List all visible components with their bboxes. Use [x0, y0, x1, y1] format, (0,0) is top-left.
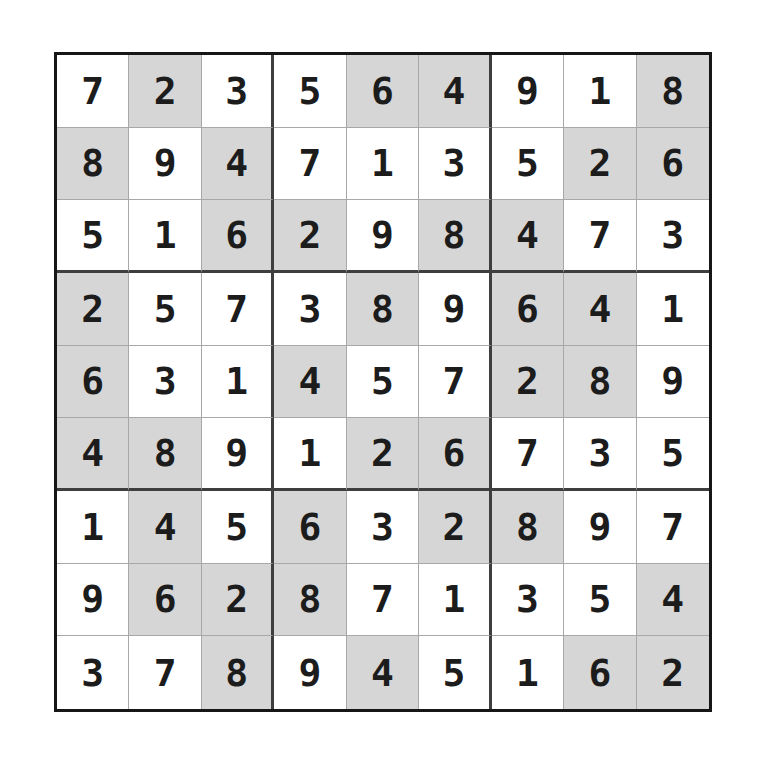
- cell-r9c8[interactable]: 6: [564, 636, 636, 709]
- cell-r8c8[interactable]: 5: [564, 564, 636, 637]
- cell-r2c4[interactable]: 7: [274, 128, 346, 201]
- cell-r4c6[interactable]: 9: [419, 273, 491, 346]
- cell-r6c3[interactable]: 9: [202, 418, 274, 491]
- cell-r6c8[interactable]: 3: [564, 418, 636, 491]
- cell-r5c8[interactable]: 8: [564, 346, 636, 419]
- cell-r4c2[interactable]: 5: [129, 273, 201, 346]
- cell-r5c4[interactable]: 4: [274, 346, 346, 419]
- cell-r3c7[interactable]: 4: [492, 200, 564, 273]
- cell-r5c1[interactable]: 6: [57, 346, 129, 419]
- cell-r4c5[interactable]: 8: [347, 273, 419, 346]
- cell-r2c3[interactable]: 4: [202, 128, 274, 201]
- cell-r3c4[interactable]: 2: [274, 200, 346, 273]
- cell-r6c1[interactable]: 4: [57, 418, 129, 491]
- cell-r8c9[interactable]: 4: [637, 564, 709, 637]
- cell-r1c3[interactable]: 3: [202, 55, 274, 128]
- cell-r1c9[interactable]: 8: [637, 55, 709, 128]
- cell-r9c3[interactable]: 8: [202, 636, 274, 709]
- cell-r1c4[interactable]: 5: [274, 55, 346, 128]
- cell-r7c6[interactable]: 2: [419, 491, 491, 564]
- cell-r7c2[interactable]: 4: [129, 491, 201, 564]
- cell-r6c5[interactable]: 2: [347, 418, 419, 491]
- cell-r9c2[interactable]: 7: [129, 636, 201, 709]
- cell-r7c3[interactable]: 5: [202, 491, 274, 564]
- cell-r2c6[interactable]: 3: [419, 128, 491, 201]
- cell-r9c5[interactable]: 4: [347, 636, 419, 709]
- cell-r8c2[interactable]: 6: [129, 564, 201, 637]
- cell-r2c7[interactable]: 5: [492, 128, 564, 201]
- cell-r7c1[interactable]: 1: [57, 491, 129, 564]
- cell-r9c1[interactable]: 3: [57, 636, 129, 709]
- cell-r1c6[interactable]: 4: [419, 55, 491, 128]
- cell-r1c7[interactable]: 9: [492, 55, 564, 128]
- cell-r2c9[interactable]: 6: [637, 128, 709, 201]
- cell-r7c5[interactable]: 3: [347, 491, 419, 564]
- cell-r3c3[interactable]: 6: [202, 200, 274, 273]
- cell-r4c1[interactable]: 2: [57, 273, 129, 346]
- cell-r2c2[interactable]: 9: [129, 128, 201, 201]
- cell-r2c8[interactable]: 2: [564, 128, 636, 201]
- cell-r8c7[interactable]: 3: [492, 564, 564, 637]
- cell-r1c8[interactable]: 1: [564, 55, 636, 128]
- cell-r3c6[interactable]: 8: [419, 200, 491, 273]
- cell-r7c7[interactable]: 8: [492, 491, 564, 564]
- cell-r3c1[interactable]: 5: [57, 200, 129, 273]
- cell-r6c7[interactable]: 7: [492, 418, 564, 491]
- sudoku-board: 7235649188947135265162984732573896416314…: [54, 52, 712, 712]
- page: 7235649188947135265162984732573896416314…: [0, 0, 768, 768]
- cell-r5c5[interactable]: 5: [347, 346, 419, 419]
- cell-r4c8[interactable]: 4: [564, 273, 636, 346]
- cell-r1c1[interactable]: 7: [57, 55, 129, 128]
- cell-r4c3[interactable]: 7: [202, 273, 274, 346]
- cell-r1c5[interactable]: 6: [347, 55, 419, 128]
- cell-r7c4[interactable]: 6: [274, 491, 346, 564]
- cell-r6c2[interactable]: 8: [129, 418, 201, 491]
- cell-r5c3[interactable]: 1: [202, 346, 274, 419]
- cell-r4c9[interactable]: 1: [637, 273, 709, 346]
- cell-r5c9[interactable]: 9: [637, 346, 709, 419]
- cell-r9c7[interactable]: 1: [492, 636, 564, 709]
- cell-r9c4[interactable]: 9: [274, 636, 346, 709]
- cell-r2c5[interactable]: 1: [347, 128, 419, 201]
- cell-r8c5[interactable]: 7: [347, 564, 419, 637]
- cell-r7c9[interactable]: 7: [637, 491, 709, 564]
- cell-r4c4[interactable]: 3: [274, 273, 346, 346]
- cell-r7c8[interactable]: 9: [564, 491, 636, 564]
- cell-r4c7[interactable]: 6: [492, 273, 564, 346]
- cell-r8c4[interactable]: 8: [274, 564, 346, 637]
- cell-r5c2[interactable]: 3: [129, 346, 201, 419]
- cell-r3c9[interactable]: 3: [637, 200, 709, 273]
- cell-r8c6[interactable]: 1: [419, 564, 491, 637]
- cell-r6c4[interactable]: 1: [274, 418, 346, 491]
- cell-r3c8[interactable]: 7: [564, 200, 636, 273]
- cell-r2c1[interactable]: 8: [57, 128, 129, 201]
- cell-r5c7[interactable]: 2: [492, 346, 564, 419]
- cell-r3c2[interactable]: 1: [129, 200, 201, 273]
- cell-r6c6[interactable]: 6: [419, 418, 491, 491]
- cell-r1c2[interactable]: 2: [129, 55, 201, 128]
- cell-r3c5[interactable]: 9: [347, 200, 419, 273]
- cell-r6c9[interactable]: 5: [637, 418, 709, 491]
- cell-r9c6[interactable]: 5: [419, 636, 491, 709]
- cell-r8c1[interactable]: 9: [57, 564, 129, 637]
- cell-r9c9[interactable]: 2: [637, 636, 709, 709]
- cell-r5c6[interactable]: 7: [419, 346, 491, 419]
- cell-r8c3[interactable]: 2: [202, 564, 274, 637]
